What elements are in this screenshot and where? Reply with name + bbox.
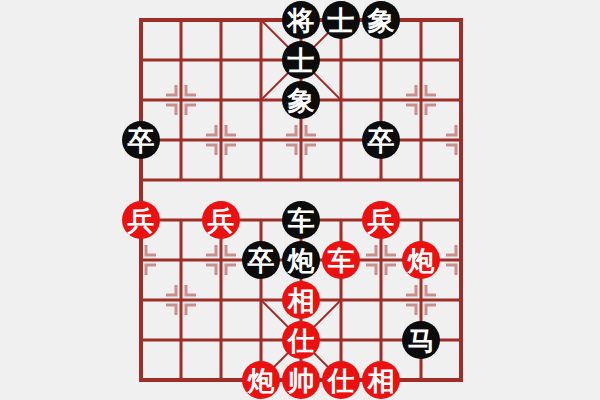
piece-red-cannon[interactable]: 炮 xyxy=(402,241,440,279)
black-cannon-glyph: 炮 xyxy=(288,247,315,274)
red-cannon-glyph: 炮 xyxy=(408,247,435,274)
red-chariot-glyph: 车 xyxy=(328,247,355,274)
red-soldier-glyph: 兵 xyxy=(208,207,235,234)
red-advisor-glyph: 仕 xyxy=(288,327,315,354)
red-elephant-glyph: 相 xyxy=(288,287,315,314)
piece-red-soldier[interactable]: 兵 xyxy=(362,201,400,239)
red-elephant-glyph: 相 xyxy=(368,367,395,394)
black-soldier-glyph: 卒 xyxy=(248,247,275,274)
black-soldier-glyph: 卒 xyxy=(368,127,395,154)
black-advisor-glyph: 士 xyxy=(288,47,315,74)
piece-black-elephant[interactable]: 象 xyxy=(282,81,320,119)
black-general-glyph: 将 xyxy=(288,7,315,34)
piece-black-advisor[interactable]: 士 xyxy=(322,1,360,39)
xiangqi-board[interactable]: 将士象士象卒卒兵兵车兵卒炮车炮相仕马炮帅仕相 xyxy=(0,0,600,400)
red-general-glyph: 帅 xyxy=(288,367,315,394)
piece-red-general[interactable]: 帅 xyxy=(282,361,320,399)
red-advisor-glyph: 仕 xyxy=(328,367,355,394)
piece-black-general[interactable]: 将 xyxy=(282,1,320,39)
piece-black-chariot[interactable]: 车 xyxy=(282,201,320,239)
black-advisor-glyph: 士 xyxy=(328,7,355,34)
piece-red-soldier[interactable]: 兵 xyxy=(202,201,240,239)
black-elephant-glyph: 象 xyxy=(288,87,315,114)
piece-layer: 将士象士象卒卒兵兵车兵卒炮车炮相仕马炮帅仕相 xyxy=(0,0,600,400)
piece-red-cannon[interactable]: 炮 xyxy=(242,361,280,399)
red-soldier-glyph: 兵 xyxy=(368,207,395,234)
piece-black-elephant[interactable]: 象 xyxy=(362,1,400,39)
black-soldier-glyph: 卒 xyxy=(128,127,155,154)
piece-black-soldier[interactable]: 卒 xyxy=(362,121,400,159)
red-cannon-glyph: 炮 xyxy=(248,367,275,394)
black-horse-glyph: 马 xyxy=(408,327,435,354)
piece-black-soldier[interactable]: 卒 xyxy=(122,121,160,159)
piece-red-elephant[interactable]: 相 xyxy=(362,361,400,399)
piece-red-elephant[interactable]: 相 xyxy=(282,281,320,319)
black-chariot-glyph: 车 xyxy=(288,207,315,234)
black-elephant-glyph: 象 xyxy=(368,7,395,34)
piece-red-chariot[interactable]: 车 xyxy=(322,241,360,279)
piece-black-horse[interactable]: 马 xyxy=(402,321,440,359)
red-soldier-glyph: 兵 xyxy=(128,207,155,234)
piece-black-cannon[interactable]: 炮 xyxy=(282,241,320,279)
piece-black-advisor[interactable]: 士 xyxy=(282,41,320,79)
piece-red-advisor[interactable]: 仕 xyxy=(322,361,360,399)
piece-black-soldier[interactable]: 卒 xyxy=(242,241,280,279)
piece-red-advisor[interactable]: 仕 xyxy=(282,321,320,359)
piece-red-soldier[interactable]: 兵 xyxy=(122,201,160,239)
